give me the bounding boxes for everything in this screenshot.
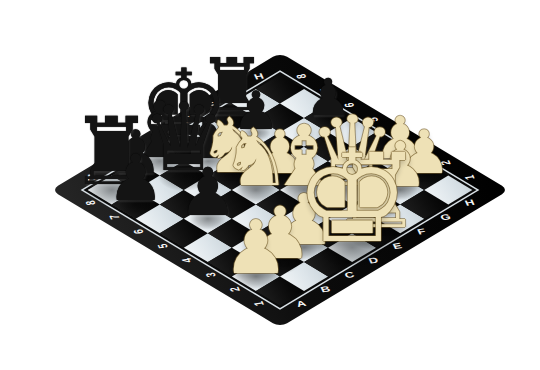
white-pawn[interactable]: ♟ — [223, 210, 289, 284]
chess-mat: 1122334455667788AABBCCDDEEFFGGHH ♜♟♝♚♜♟♛… — [51, 53, 509, 328]
pieces-layer: ♜♟♝♚♜♟♛♟♟♞♟♟♞♟♝♛♟♟♟♟♟♟♚♜ — [51, 53, 509, 328]
product-photo-scene: 1122334455667788AABBCCDDEEFFGGHH ♜♟♝♚♜♟♛… — [0, 0, 540, 370]
black-pawn[interactable]: ♟ — [107, 146, 164, 210]
